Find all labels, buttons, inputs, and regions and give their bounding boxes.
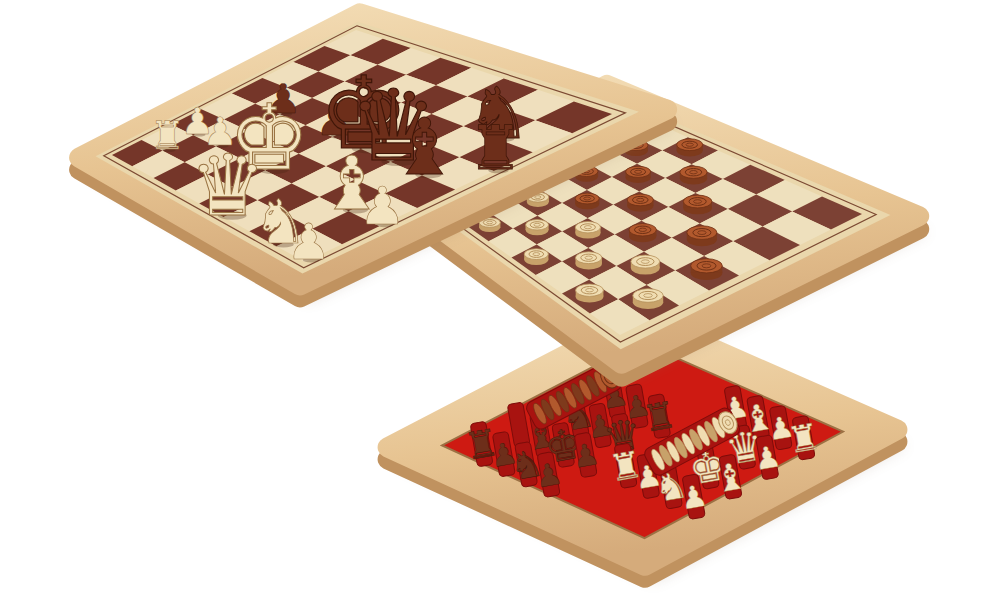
- checker-disc-light: [576, 252, 602, 270]
- checker-disc-dark: [626, 166, 651, 183]
- checker-disc-light: [524, 249, 548, 265]
- chess-piece-light-pawn: ♟: [359, 176, 406, 236]
- checker-disc-light: [631, 255, 660, 275]
- checker-disc-light: [633, 289, 663, 309]
- chess-piece-light-pawn: ♟: [287, 213, 331, 271]
- checker-disc-dark: [691, 259, 723, 280]
- checker-disc-light: [526, 220, 549, 236]
- checker-disc-dark: [683, 195, 712, 214]
- chess-piece-light-rook: ♜: [150, 113, 185, 158]
- checker-disc-dark: [629, 224, 656, 243]
- chess-piece-dark-rook: ♜: [468, 113, 522, 183]
- checker-disc-dark: [680, 166, 707, 184]
- checker-disc-dark: [627, 194, 653, 212]
- checker-disc-light: [575, 222, 600, 239]
- checker-disc-dark: [677, 139, 703, 157]
- product-photo-scene: ♟♟♜♞♟♛♝♚♟♜♟♞♟♟♝♟♜♛♟♚♝♜♟♞♟♟♟♟♞♟♚♜♛♚♜♝♝♛♟♞…: [0, 0, 1000, 600]
- chess-checkers-set-photo: ♟♟♜♞♟♛♝♚♟♜♟♞♟♟♝♟♜♛♟♚♝♜♟♞♟♟♟♟♞♟♚♜♛♚♜♝♝♛♟♞…: [0, 0, 1000, 600]
- checker-disc-light: [576, 284, 604, 303]
- checker-disc-dark: [575, 193, 599, 209]
- checker-disc-dark: [687, 226, 717, 246]
